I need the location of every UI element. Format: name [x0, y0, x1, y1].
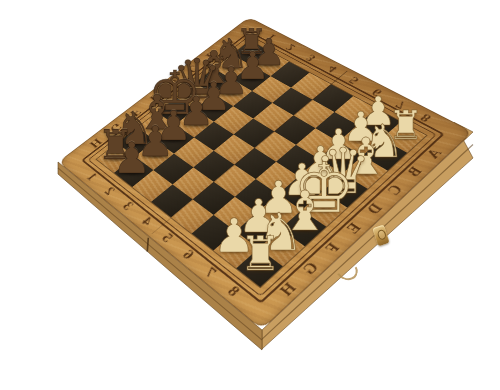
coord-label-H: H: [276, 279, 300, 299]
coord-label-B: B: [403, 164, 425, 179]
coord-label-5: 5: [346, 74, 362, 86]
coord-label-4: 4: [324, 63, 340, 75]
coord-label-8: 8: [223, 282, 243, 299]
piece-light-rook-h8[interactable]: ♜: [230, 230, 291, 277]
coord-label-6: 6: [178, 247, 197, 263]
product-photo-stage: 11AA22BB33CC44DD55EE66FF77GG88HH ♜♞♝♛♚♝♞…: [0, 0, 500, 390]
coord-label-5: 5: [158, 230, 176, 245]
coord-label-4: 4: [138, 214, 156, 229]
piece-dark-pawn-h2[interactable]: ♟: [104, 137, 160, 180]
coord-label-2: 2: [101, 184, 118, 198]
coord-label-7: 7: [200, 264, 219, 280]
coord-label-3: 3: [303, 52, 319, 63]
coord-label-3: 3: [119, 199, 137, 213]
coord-label-1: 1: [83, 170, 100, 183]
coord-label-A: A: [423, 146, 446, 161]
